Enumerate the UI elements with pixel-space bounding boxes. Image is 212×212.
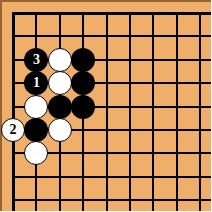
- go-stone-black: [48, 95, 72, 119]
- grid-line-vertical: [199, 12, 201, 212]
- move-number: 2: [10, 122, 17, 136]
- go-stone-white: [24, 141, 48, 165]
- go-stone-black-move-1: 1: [24, 71, 48, 95]
- grid-line-vertical: [129, 12, 131, 212]
- grid-line-horizontal: [12, 199, 212, 201]
- go-stone-black: [24, 118, 48, 142]
- go-stone-white: [48, 118, 72, 142]
- go-stone-white: [48, 48, 72, 72]
- go-stone-white: [24, 95, 48, 119]
- grid-line-vertical: [12, 12, 15, 212]
- grid-line-horizontal: [12, 35, 212, 37]
- go-stone-black-move-3: 3: [24, 48, 48, 72]
- grid-line-vertical: [106, 12, 108, 212]
- grid-line-horizontal: [12, 176, 212, 178]
- go-stone-white-move-2: 2: [1, 118, 25, 142]
- go-board: 312: [0, 0, 211, 211]
- go-stone-black: [71, 48, 95, 72]
- go-stone-black: [71, 95, 95, 119]
- grid-line-vertical: [152, 12, 154, 212]
- board-frame-left: [0, 0, 2, 211]
- move-number: 3: [33, 52, 40, 66]
- grid-line-horizontal: [12, 12, 212, 15]
- go-stone-white: [48, 71, 72, 95]
- go-stone-black: [71, 71, 95, 95]
- board-frame-top: [0, 0, 211, 2]
- move-number: 1: [33, 76, 40, 90]
- grid-line-vertical: [176, 12, 178, 212]
